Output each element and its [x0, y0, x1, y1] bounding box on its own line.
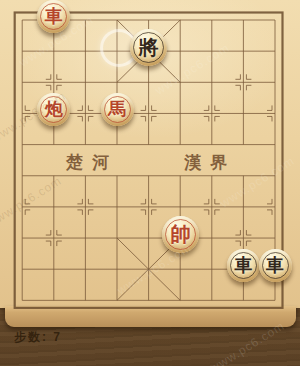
piece-red-horse[interactable]: 馬 — [101, 93, 134, 126]
river-label-left: 楚河 — [66, 152, 118, 172]
piece-red-chariot[interactable]: 車 — [37, 0, 70, 33]
step-counter-value: 7 — [53, 330, 62, 344]
piece-glyph: 車 — [234, 253, 252, 277]
piece-glyph: 炮 — [45, 97, 63, 121]
piece-glyph: 車 — [45, 4, 63, 28]
piece-glyph: 車 — [266, 253, 284, 277]
piece-glyph: 將 — [139, 34, 159, 61]
river-label-right: 漢界 — [184, 152, 236, 172]
piece-black-general[interactable]: 將 — [130, 29, 167, 66]
step-counter: 步数: 7 — [14, 329, 62, 346]
game-screen: 楚河 漢界 車將炮馬帥車車 步数: 7 www.pc6.com www.pc6.… — [0, 0, 300, 366]
piece-red-general[interactable]: 帥 — [162, 216, 199, 253]
piece-glyph: 馬 — [108, 97, 126, 121]
piece-black-chariot-1[interactable]: 車 — [227, 249, 260, 282]
piece-black-chariot-2[interactable]: 車 — [259, 249, 292, 282]
step-counter-label: 步数: — [14, 330, 48, 344]
piece-glyph: 帥 — [170, 221, 190, 248]
piece-red-cannon[interactable]: 炮 — [37, 93, 70, 126]
